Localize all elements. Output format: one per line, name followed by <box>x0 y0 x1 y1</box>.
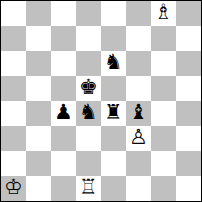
square-g2[interactable] <box>151 151 176 176</box>
chess-board-frame: ♗♞♚♟♞♜♝♙♔♖ <box>0 0 202 202</box>
square-g5[interactable] <box>151 76 176 101</box>
square-g3[interactable] <box>151 126 176 151</box>
square-e5[interactable] <box>101 76 126 101</box>
square-f5[interactable] <box>126 76 151 101</box>
black-pawn[interactable]: ♟ <box>54 101 73 125</box>
chess-board: ♗♞♚♟♞♜♝♙♔♖ <box>1 1 201 201</box>
square-a1[interactable]: ♔ <box>1 176 26 201</box>
square-h4[interactable] <box>176 101 201 126</box>
square-e3[interactable] <box>101 126 126 151</box>
white-rook[interactable]: ♖ <box>79 176 98 200</box>
black-king[interactable]: ♚ <box>79 76 98 100</box>
square-b1[interactable] <box>26 176 51 201</box>
square-a4[interactable] <box>1 101 26 126</box>
square-e6[interactable]: ♞ <box>101 51 126 76</box>
square-b3[interactable] <box>26 126 51 151</box>
square-b6[interactable] <box>26 51 51 76</box>
square-f4[interactable]: ♝ <box>126 101 151 126</box>
square-b8[interactable] <box>26 1 51 26</box>
square-d1[interactable]: ♖ <box>76 176 101 201</box>
white-pawn[interactable]: ♙ <box>129 126 148 150</box>
square-c7[interactable] <box>51 26 76 51</box>
square-d4[interactable]: ♞ <box>76 101 101 126</box>
square-g8[interactable]: ♗ <box>151 1 176 26</box>
black-rook[interactable]: ♜ <box>104 101 123 125</box>
square-e1[interactable] <box>101 176 126 201</box>
square-f1[interactable] <box>126 176 151 201</box>
square-a6[interactable] <box>1 51 26 76</box>
black-bishop[interactable]: ♝ <box>129 101 148 125</box>
square-h7[interactable] <box>176 26 201 51</box>
square-b7[interactable] <box>26 26 51 51</box>
square-c3[interactable] <box>51 126 76 151</box>
square-b4[interactable] <box>26 101 51 126</box>
square-c1[interactable] <box>51 176 76 201</box>
square-c6[interactable] <box>51 51 76 76</box>
square-d2[interactable] <box>76 151 101 176</box>
square-f6[interactable] <box>126 51 151 76</box>
square-g1[interactable] <box>151 176 176 201</box>
square-a5[interactable] <box>1 76 26 101</box>
white-bishop[interactable]: ♗ <box>154 1 173 25</box>
square-f3[interactable]: ♙ <box>126 126 151 151</box>
square-e7[interactable] <box>101 26 126 51</box>
square-c4[interactable]: ♟ <box>51 101 76 126</box>
black-knight[interactable]: ♞ <box>79 101 98 125</box>
square-h1[interactable] <box>176 176 201 201</box>
square-h2[interactable] <box>176 151 201 176</box>
square-g6[interactable] <box>151 51 176 76</box>
square-h3[interactable] <box>176 126 201 151</box>
square-g4[interactable] <box>151 101 176 126</box>
square-h8[interactable] <box>176 1 201 26</box>
square-c5[interactable] <box>51 76 76 101</box>
square-d5[interactable]: ♚ <box>76 76 101 101</box>
square-c2[interactable] <box>51 151 76 176</box>
square-a8[interactable] <box>1 1 26 26</box>
square-d6[interactable] <box>76 51 101 76</box>
square-f7[interactable] <box>126 26 151 51</box>
square-a2[interactable] <box>1 151 26 176</box>
square-a7[interactable] <box>1 26 26 51</box>
square-b2[interactable] <box>26 151 51 176</box>
square-f2[interactable] <box>126 151 151 176</box>
black-knight[interactable]: ♞ <box>104 51 123 75</box>
square-e2[interactable] <box>101 151 126 176</box>
square-d8[interactable] <box>76 1 101 26</box>
square-e4[interactable]: ♜ <box>101 101 126 126</box>
square-c8[interactable] <box>51 1 76 26</box>
square-h6[interactable] <box>176 51 201 76</box>
square-e8[interactable] <box>101 1 126 26</box>
square-d3[interactable] <box>76 126 101 151</box>
white-king[interactable]: ♔ <box>4 176 23 200</box>
square-a3[interactable] <box>1 126 26 151</box>
square-b5[interactable] <box>26 76 51 101</box>
square-g7[interactable] <box>151 26 176 51</box>
square-h5[interactable] <box>176 76 201 101</box>
square-d7[interactable] <box>76 26 101 51</box>
square-f8[interactable] <box>126 1 151 26</box>
